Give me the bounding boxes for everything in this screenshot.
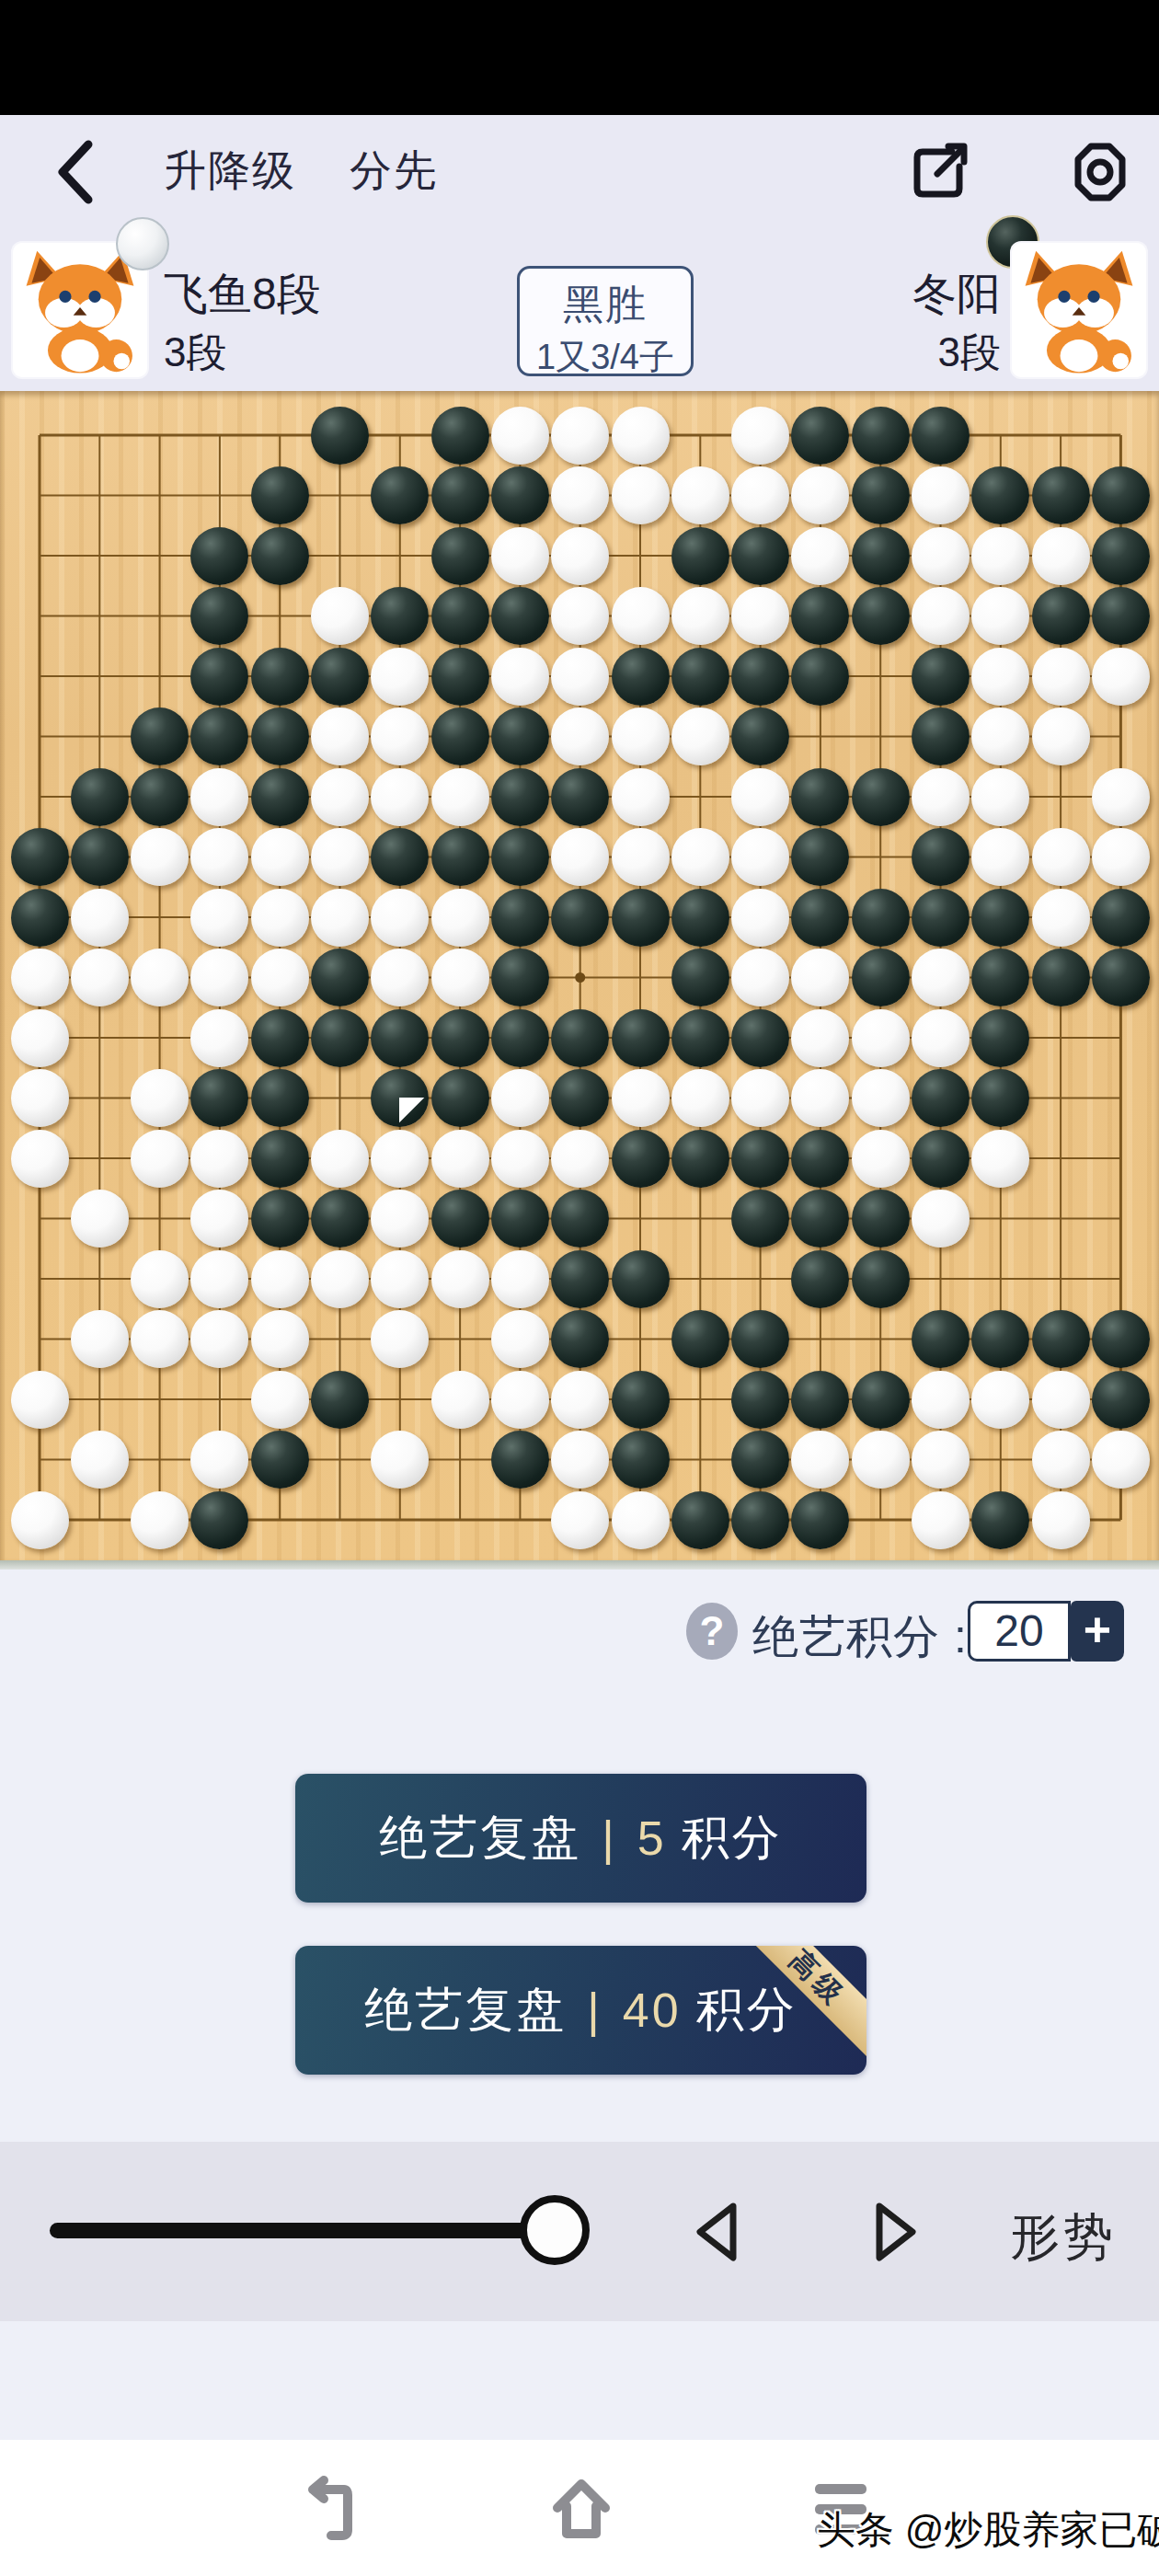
black-stone xyxy=(971,1310,1029,1368)
black-stone xyxy=(251,1431,309,1489)
white-stone xyxy=(11,1491,69,1549)
white-stone xyxy=(852,1069,910,1127)
black-stone xyxy=(852,1190,910,1248)
white-stone xyxy=(371,707,429,765)
black-stone xyxy=(731,1310,789,1368)
cost-unit: 积分 xyxy=(682,1806,783,1870)
black-stone xyxy=(671,1130,729,1188)
white-stone xyxy=(612,768,670,826)
white-stone xyxy=(671,707,729,765)
black-stone xyxy=(491,768,549,826)
next-move-button[interactable] xyxy=(863,2199,927,2265)
black-stone xyxy=(852,889,910,947)
black-stone xyxy=(431,587,489,645)
white-stone xyxy=(371,768,429,826)
black-stone xyxy=(852,768,910,826)
black-stone xyxy=(431,648,489,706)
black-stone xyxy=(1092,466,1150,524)
black-stone xyxy=(671,1491,729,1549)
white-stone xyxy=(190,889,248,947)
black-stone xyxy=(551,1009,609,1067)
help-icon[interactable]: ? xyxy=(686,1603,738,1660)
black-stone xyxy=(551,1190,609,1248)
black-stone xyxy=(311,407,369,465)
black-stone xyxy=(971,1491,1029,1549)
board-bottom-edge xyxy=(0,1560,1159,1570)
mode-label: 升降级 xyxy=(164,146,296,194)
black-stone xyxy=(791,407,849,465)
white-stone xyxy=(190,768,248,826)
black-stone xyxy=(491,1431,549,1489)
black-stone xyxy=(912,1130,970,1188)
black-stone xyxy=(852,949,910,1006)
white-stone xyxy=(1032,527,1090,585)
white-stone xyxy=(371,648,429,706)
game-mode-labels: 升降级分先 xyxy=(164,143,438,200)
ai-points-row: ? 绝艺积分 : 20 + xyxy=(0,1601,1159,1665)
move-slider-track[interactable] xyxy=(50,2223,555,2238)
white-stone xyxy=(491,1069,549,1127)
black-stone xyxy=(852,466,910,524)
black-stone xyxy=(731,1009,789,1067)
white-stone xyxy=(11,949,69,1006)
black-stone xyxy=(791,587,849,645)
black-stone xyxy=(71,768,129,826)
black-stone xyxy=(491,1009,549,1067)
black-stone xyxy=(791,1250,849,1308)
black-stone xyxy=(251,1130,309,1188)
black-stone xyxy=(852,587,910,645)
white-stone xyxy=(491,407,549,465)
white-stone xyxy=(551,466,609,524)
white-stone xyxy=(71,1431,129,1489)
left-player-name: 飞鱼8段 xyxy=(164,265,321,324)
share-icon[interactable] xyxy=(906,139,972,205)
white-stone xyxy=(131,1069,189,1127)
black-stone xyxy=(551,1310,609,1368)
black-stone xyxy=(731,1371,789,1429)
white-stone xyxy=(912,587,970,645)
white-stone xyxy=(431,768,489,826)
black-stone xyxy=(551,768,609,826)
white-stone xyxy=(251,1310,309,1368)
black-stone xyxy=(251,466,309,524)
watermark-text: 头条 @炒股养家已破产 xyxy=(817,2504,1159,2556)
white-stone xyxy=(431,889,489,947)
white-stone xyxy=(251,1371,309,1429)
white-stone xyxy=(311,768,369,826)
white-stone xyxy=(71,1310,129,1368)
black-stone xyxy=(311,1009,369,1067)
white-stone xyxy=(71,1190,129,1248)
white-stone xyxy=(551,648,609,706)
white-stone xyxy=(1092,828,1150,886)
white-stone xyxy=(971,768,1029,826)
black-stone xyxy=(11,828,69,886)
review-cost: 40 xyxy=(623,1983,682,2038)
white-stone xyxy=(671,587,729,645)
white-stone xyxy=(190,1310,248,1368)
black-stone xyxy=(731,527,789,585)
settings-gear-icon[interactable] xyxy=(1067,139,1133,205)
black-stone xyxy=(971,1009,1029,1067)
black-stone xyxy=(251,527,309,585)
white-stone xyxy=(731,407,789,465)
white-stone xyxy=(1032,1371,1090,1429)
black-stone xyxy=(731,1431,789,1489)
white-stone xyxy=(912,466,970,524)
black-stone xyxy=(371,587,429,645)
black-stone xyxy=(912,407,970,465)
white-stone xyxy=(491,1130,549,1188)
white-stone xyxy=(11,1371,69,1429)
white-stone xyxy=(671,466,729,524)
result-margin: 1又3/4子 xyxy=(520,334,691,381)
white-stone xyxy=(791,949,849,1006)
black-stone xyxy=(491,828,549,886)
white-stone xyxy=(311,828,369,886)
black-stone xyxy=(11,889,69,947)
black-stone xyxy=(431,828,489,886)
white-stone xyxy=(251,1250,309,1308)
white-stone xyxy=(1092,768,1150,826)
black-stone xyxy=(912,707,970,765)
black-stone xyxy=(791,1130,849,1188)
previous-move-button[interactable] xyxy=(685,2199,750,2265)
white-stone xyxy=(190,949,248,1006)
white-stone xyxy=(612,707,670,765)
add-points-button[interactable]: + xyxy=(1071,1601,1124,1662)
black-stone xyxy=(311,648,369,706)
black-stone xyxy=(1092,1371,1150,1429)
white-stone xyxy=(791,1009,849,1067)
right-player-name: 冬阳 xyxy=(912,265,1001,324)
black-stone xyxy=(971,466,1029,524)
black-stone xyxy=(190,1491,248,1549)
black-stone xyxy=(131,768,189,826)
white-stone xyxy=(612,1491,670,1549)
black-stone xyxy=(612,1371,670,1429)
black-stone xyxy=(251,768,309,826)
white-stone xyxy=(551,828,609,886)
black-stone xyxy=(551,1250,609,1308)
white-stone xyxy=(371,1250,429,1308)
white-stone xyxy=(971,648,1029,706)
white-stone xyxy=(431,1130,489,1188)
black-stone xyxy=(1092,949,1150,1006)
white-stone xyxy=(311,1250,369,1308)
white-stone xyxy=(912,1190,970,1248)
game-result-badge: 黑胜 1又3/4子 xyxy=(517,266,694,376)
white-stone xyxy=(912,1371,970,1429)
black-stone xyxy=(491,889,549,947)
black-stone xyxy=(731,707,789,765)
black-stone xyxy=(852,527,910,585)
top-nav-bar: 升降级分先 xyxy=(0,115,1159,230)
black-stone xyxy=(371,828,429,886)
white-stone xyxy=(131,1130,189,1188)
white-stone xyxy=(1032,648,1090,706)
black-stone xyxy=(1032,466,1090,524)
black-stone xyxy=(491,1190,549,1248)
black-stone xyxy=(612,1431,670,1489)
white-stone xyxy=(731,587,789,645)
black-stone xyxy=(1092,527,1150,585)
black-stone xyxy=(731,1190,789,1248)
white-stone xyxy=(190,1250,248,1308)
white-stone xyxy=(311,707,369,765)
white-stone xyxy=(11,1009,69,1067)
black-stone xyxy=(852,407,910,465)
white-stone xyxy=(731,889,789,947)
black-stone xyxy=(791,1371,849,1429)
black-stone xyxy=(791,648,849,706)
white-stone xyxy=(612,828,670,886)
fox-avatar-icon xyxy=(1012,243,1146,377)
white-stone xyxy=(1032,828,1090,886)
black-stone xyxy=(431,707,489,765)
black-stone xyxy=(671,949,729,1006)
white-stone xyxy=(551,707,609,765)
white-stone xyxy=(971,527,1029,585)
black-stone xyxy=(791,1190,849,1248)
black-stone xyxy=(190,587,248,645)
white-stone xyxy=(912,1009,970,1067)
black-stone xyxy=(971,949,1029,1006)
black-stone xyxy=(671,1310,729,1368)
white-stone xyxy=(251,828,309,886)
player-info-row: 飞鱼8段 3段 黑胜 1又3/4子 冬阳 3段 xyxy=(0,230,1159,391)
white-stone xyxy=(311,889,369,947)
white-stone xyxy=(1092,648,1150,706)
black-stone xyxy=(431,1190,489,1248)
white-stone xyxy=(371,889,429,947)
white-stone xyxy=(912,1431,970,1489)
white-stone xyxy=(612,466,670,524)
black-stone xyxy=(491,587,549,645)
black-stone xyxy=(1032,1310,1090,1368)
white-stone xyxy=(11,1069,69,1127)
white-stone xyxy=(71,949,129,1006)
black-stone xyxy=(190,527,248,585)
white-stone xyxy=(1032,1491,1090,1549)
app-screen: 升降级分先 飞鱼8段 3段 xyxy=(0,0,1159,2576)
white-stone xyxy=(612,587,670,645)
black-stone xyxy=(311,949,369,1006)
white-stone xyxy=(371,1130,429,1188)
black-stone xyxy=(912,828,970,886)
black-stone xyxy=(612,889,670,947)
black-stone xyxy=(431,1069,489,1127)
black-stone xyxy=(551,889,609,947)
separator: | xyxy=(587,1983,602,2038)
white-stone xyxy=(131,949,189,1006)
white-stone xyxy=(491,1250,549,1308)
white-stone xyxy=(1092,1431,1150,1489)
black-stone xyxy=(431,407,489,465)
black-stone xyxy=(1032,949,1090,1006)
black-stone xyxy=(612,648,670,706)
white-stone xyxy=(491,1371,549,1429)
black-stone xyxy=(371,1009,429,1067)
white-stone xyxy=(971,828,1029,886)
white-stone xyxy=(551,1371,609,1429)
black-stone xyxy=(971,889,1029,947)
black-stone xyxy=(671,648,729,706)
white-stone xyxy=(371,1310,429,1368)
black-stone xyxy=(431,1009,489,1067)
white-stone xyxy=(671,828,729,886)
black-stone xyxy=(190,707,248,765)
white-stone xyxy=(1032,707,1090,765)
black-stone xyxy=(671,889,729,947)
white-stone xyxy=(671,1069,729,1127)
black-stone xyxy=(1032,587,1090,645)
black-stone xyxy=(491,949,549,1006)
ai-review-button-40[interactable]: 绝艺复盘 | 40 积分 高级 xyxy=(295,1946,866,2075)
black-stone xyxy=(852,1250,910,1308)
white-stone xyxy=(431,949,489,1006)
white-stone xyxy=(612,1069,670,1127)
white-stone xyxy=(431,1371,489,1429)
status-bar xyxy=(0,0,1159,115)
rule-label: 分先 xyxy=(350,146,438,194)
white-stone xyxy=(1032,1431,1090,1489)
white-stone xyxy=(131,1250,189,1308)
white-stone xyxy=(311,1130,369,1188)
black-stone xyxy=(131,707,189,765)
move-slider-knob[interactable] xyxy=(520,2195,590,2265)
white-stone xyxy=(731,1069,789,1127)
black-stone xyxy=(551,1069,609,1127)
black-stone xyxy=(852,1371,910,1429)
white-stone xyxy=(971,707,1029,765)
review-cost: 5 xyxy=(637,1811,667,1866)
black-stone xyxy=(731,1130,789,1188)
black-stone xyxy=(491,466,549,524)
black-stone xyxy=(912,1069,970,1127)
white-stone xyxy=(491,648,549,706)
white-stone xyxy=(190,1190,248,1248)
black-stone xyxy=(671,527,729,585)
black-stone xyxy=(431,466,489,524)
black-stone xyxy=(912,889,970,947)
territory-estimate-button[interactable]: 形势 xyxy=(1010,2204,1117,2271)
black-stone xyxy=(612,1009,670,1067)
left-player-rank: 3段 xyxy=(164,326,226,380)
white-stone xyxy=(371,1431,429,1489)
white-stone xyxy=(491,527,549,585)
black-stone xyxy=(912,1310,970,1368)
android-home-icon[interactable] xyxy=(546,2473,616,2543)
black-stone xyxy=(791,828,849,886)
white-stone xyxy=(551,527,609,585)
white-stone xyxy=(852,1009,910,1067)
go-board[interactable] xyxy=(0,391,1159,1560)
white-stone xyxy=(551,407,609,465)
black-stone xyxy=(791,1491,849,1549)
white-stone xyxy=(190,1431,248,1489)
black-stone xyxy=(971,1069,1029,1127)
black-stone xyxy=(1092,889,1150,947)
white-stone xyxy=(551,587,609,645)
white-stone xyxy=(491,1310,549,1368)
black-stone xyxy=(311,1190,369,1248)
review-label: 绝艺复盘 xyxy=(364,1978,567,2042)
black-stone xyxy=(251,1190,309,1248)
white-stone xyxy=(731,828,789,886)
white-stone xyxy=(731,949,789,1006)
white-stone xyxy=(431,1250,489,1308)
white-stone xyxy=(190,1130,248,1188)
white-stone xyxy=(551,1491,609,1549)
black-stone xyxy=(251,1069,309,1127)
black-stone xyxy=(311,1371,369,1429)
white-stone xyxy=(131,828,189,886)
black-stone xyxy=(190,1069,248,1127)
white-stone xyxy=(1032,889,1090,947)
ai-points-label: 绝艺积分 : xyxy=(752,1606,968,1668)
white-stone xyxy=(190,828,248,886)
left-player-stone-white xyxy=(116,217,169,270)
white-stone xyxy=(791,1431,849,1489)
black-stone xyxy=(251,707,309,765)
white-stone xyxy=(251,949,309,1006)
white-stone xyxy=(251,889,309,947)
black-stone xyxy=(612,1130,670,1188)
cost-unit: 积分 xyxy=(696,1978,798,2042)
white-stone xyxy=(371,949,429,1006)
white-stone xyxy=(131,1310,189,1368)
black-stone xyxy=(731,1491,789,1549)
black-stone xyxy=(791,768,849,826)
white-stone xyxy=(912,1491,970,1549)
black-stone xyxy=(190,648,248,706)
result-winner: 黑胜 xyxy=(520,278,691,332)
black-stone xyxy=(912,648,970,706)
white-stone xyxy=(852,1431,910,1489)
black-stone xyxy=(371,466,429,524)
white-stone xyxy=(791,1069,849,1127)
white-stone xyxy=(791,466,849,524)
white-stone xyxy=(551,1431,609,1489)
white-stone xyxy=(731,466,789,524)
white-stone xyxy=(971,1371,1029,1429)
white-stone xyxy=(731,768,789,826)
white-stone xyxy=(612,407,670,465)
playback-control-bar: 形势 xyxy=(0,2142,1159,2321)
white-stone xyxy=(852,1130,910,1188)
white-stone xyxy=(190,1009,248,1067)
black-stone xyxy=(431,527,489,585)
ai-review-button-5[interactable]: 绝艺复盘 | 5 积分 xyxy=(295,1774,866,1903)
white-stone xyxy=(971,587,1029,645)
back-icon[interactable] xyxy=(44,135,109,209)
black-stone xyxy=(671,1009,729,1067)
white-stone xyxy=(371,1190,429,1248)
right-player-avatar[interactable] xyxy=(1012,243,1146,377)
black-stone xyxy=(612,1250,670,1308)
white-stone xyxy=(71,889,129,947)
white-stone xyxy=(791,527,849,585)
right-player-rank: 3段 xyxy=(938,326,1001,380)
white-stone xyxy=(11,1130,69,1188)
white-stone xyxy=(131,1491,189,1549)
android-back-icon[interactable] xyxy=(293,2473,362,2543)
white-stone xyxy=(551,1130,609,1188)
review-label: 绝艺复盘 xyxy=(379,1806,581,1870)
black-stone xyxy=(1092,587,1150,645)
